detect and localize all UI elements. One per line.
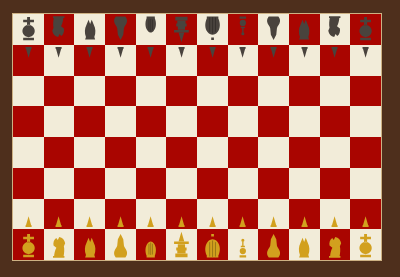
square-k6[interactable] — [320, 76, 351, 107]
square-d3[interactable] — [105, 168, 136, 199]
square-a4[interactable] — [13, 137, 44, 168]
square-a1[interactable] — [13, 229, 44, 260]
square-e6[interactable] — [136, 76, 167, 107]
square-a6[interactable] — [13, 76, 44, 107]
square-h7[interactable] — [228, 45, 259, 76]
white-alfil-piece[interactable] — [293, 233, 315, 259]
square-g5[interactable] — [197, 106, 228, 137]
square-j4[interactable] — [289, 137, 320, 168]
white-pawn-piece[interactable] — [23, 215, 34, 228]
black-pawn-piece[interactable] — [84, 46, 95, 59]
square-a5[interactable] — [13, 106, 44, 137]
white-pawn-piece[interactable] — [268, 215, 279, 228]
white-rook-piece[interactable] — [354, 232, 377, 259]
square-f6[interactable] — [166, 76, 197, 107]
square-d5[interactable] — [105, 106, 136, 137]
square-g2[interactable] — [197, 199, 228, 230]
black-pawn-piece[interactable] — [115, 46, 126, 59]
square-h3[interactable] — [228, 168, 259, 199]
black-pawn-piece[interactable] — [176, 46, 187, 59]
square-l3[interactable] — [350, 168, 381, 199]
black-courier-piece[interactable] — [262, 15, 285, 42]
square-b2[interactable] — [44, 199, 75, 230]
black-knight-piece[interactable] — [324, 15, 345, 40]
square-h5[interactable] — [228, 106, 259, 137]
black-pawn-piece[interactable] — [145, 46, 156, 59]
square-a3[interactable] — [13, 168, 44, 199]
black-pawn-piece[interactable] — [23, 46, 34, 59]
black-rook-piece[interactable] — [354, 15, 377, 42]
white-ferz-queen-piece[interactable] — [201, 232, 224, 259]
square-d4[interactable] — [105, 137, 136, 168]
white-pawn-piece[interactable] — [145, 215, 156, 228]
square-c4[interactable] — [74, 137, 105, 168]
square-k3[interactable] — [320, 168, 351, 199]
square-i6[interactable] — [258, 76, 289, 107]
white-pawn-piece[interactable] — [360, 215, 371, 228]
square-k7[interactable] — [320, 45, 351, 76]
square-c1[interactable] — [74, 229, 105, 260]
black-alfil-piece[interactable] — [79, 15, 101, 41]
black-king-piece[interactable] — [169, 15, 194, 44]
white-schleich-piece[interactable] — [233, 236, 253, 259]
square-j6[interactable] — [289, 76, 320, 107]
black-schleich-piece[interactable] — [233, 15, 253, 38]
square-c7[interactable] — [74, 45, 105, 76]
black-rook-piece[interactable] — [17, 15, 40, 42]
black-pawn-piece[interactable] — [53, 46, 64, 59]
black-pawn-piece[interactable] — [268, 46, 279, 59]
white-pawn-piece[interactable] — [84, 215, 95, 228]
square-e5[interactable] — [136, 106, 167, 137]
square-g4[interactable] — [197, 137, 228, 168]
square-b3[interactable] — [44, 168, 75, 199]
white-rook-piece[interactable] — [17, 232, 40, 259]
square-f7[interactable] — [166, 45, 197, 76]
square-f1[interactable] — [166, 229, 197, 260]
white-pawn-piece[interactable] — [207, 215, 218, 228]
square-k5[interactable] — [320, 106, 351, 137]
square-h4[interactable] — [228, 137, 259, 168]
square-b1[interactable] — [44, 229, 75, 260]
square-d1[interactable] — [105, 229, 136, 260]
square-g1[interactable] — [197, 229, 228, 260]
square-e1[interactable] — [136, 229, 167, 260]
square-a8[interactable] — [13, 14, 44, 45]
square-l1[interactable] — [350, 229, 381, 260]
square-e3[interactable] — [136, 168, 167, 199]
white-mann-piece[interactable] — [140, 234, 161, 259]
black-courier-piece[interactable] — [109, 15, 132, 42]
square-l2[interactable] — [350, 199, 381, 230]
square-e2[interactable] — [136, 199, 167, 230]
white-courier-piece[interactable] — [109, 232, 132, 259]
square-i4[interactable] — [258, 137, 289, 168]
black-ferz-queen-piece[interactable] — [201, 15, 224, 42]
square-f4[interactable] — [166, 137, 197, 168]
white-courier-piece[interactable] — [262, 232, 285, 259]
square-g8[interactable] — [197, 14, 228, 45]
square-g3[interactable] — [197, 168, 228, 199]
square-d8[interactable] — [105, 14, 136, 45]
square-l6[interactable] — [350, 76, 381, 107]
square-d2[interactable] — [105, 199, 136, 230]
white-knight-piece[interactable] — [48, 234, 69, 259]
black-mann-piece[interactable] — [140, 15, 161, 40]
square-k4[interactable] — [320, 137, 351, 168]
black-pawn-piece[interactable] — [360, 46, 371, 59]
square-g7[interactable] — [197, 45, 228, 76]
square-j7[interactable] — [289, 45, 320, 76]
square-f8[interactable] — [166, 14, 197, 45]
black-pawn-piece[interactable] — [237, 46, 248, 59]
white-pawn-piece[interactable] — [237, 215, 248, 228]
square-d7[interactable] — [105, 45, 136, 76]
square-c8[interactable] — [74, 14, 105, 45]
square-c3[interactable] — [74, 168, 105, 199]
square-b5[interactable] — [44, 106, 75, 137]
black-pawn-piece[interactable] — [207, 46, 218, 59]
square-k8[interactable] — [320, 14, 351, 45]
square-h6[interactable] — [228, 76, 259, 107]
square-c6[interactable] — [74, 76, 105, 107]
square-l4[interactable] — [350, 137, 381, 168]
square-b6[interactable] — [44, 76, 75, 107]
black-alfil-piece[interactable] — [293, 15, 315, 41]
white-alfil-piece[interactable] — [79, 233, 101, 259]
square-f3[interactable] — [166, 168, 197, 199]
square-i7[interactable] — [258, 45, 289, 76]
square-i1[interactable] — [258, 229, 289, 260]
square-l7[interactable] — [350, 45, 381, 76]
black-knight-piece[interactable] — [48, 15, 69, 40]
square-c2[interactable] — [74, 199, 105, 230]
square-j8[interactable] — [289, 14, 320, 45]
square-e4[interactable] — [136, 137, 167, 168]
square-b8[interactable] — [44, 14, 75, 45]
square-h8[interactable] — [228, 14, 259, 45]
square-a2[interactable] — [13, 199, 44, 230]
square-e7[interactable] — [136, 45, 167, 76]
white-pawn-piece[interactable] — [53, 215, 64, 228]
square-k2[interactable] — [320, 199, 351, 230]
square-c5[interactable] — [74, 106, 105, 137]
black-pawn-piece[interactable] — [329, 46, 340, 59]
square-a7[interactable] — [13, 45, 44, 76]
square-i8[interactable] — [258, 14, 289, 45]
square-g6[interactable] — [197, 76, 228, 107]
white-knight-piece[interactable] — [324, 234, 345, 259]
square-i2[interactable] — [258, 199, 289, 230]
white-king-piece[interactable] — [169, 230, 194, 259]
square-i3[interactable] — [258, 168, 289, 199]
square-d6[interactable] — [105, 76, 136, 107]
square-j1[interactable] — [289, 229, 320, 260]
square-h1[interactable] — [228, 229, 259, 260]
square-k1[interactable] — [320, 229, 351, 260]
white-pawn-piece[interactable] — [329, 215, 340, 228]
square-f2[interactable] — [166, 199, 197, 230]
square-l8[interactable] — [350, 14, 381, 45]
square-b7[interactable] — [44, 45, 75, 76]
square-h2[interactable] — [228, 199, 259, 230]
square-j5[interactable] — [289, 106, 320, 137]
board — [13, 14, 381, 260]
white-pawn-piece[interactable] — [299, 215, 310, 228]
board-frame — [0, 0, 400, 277]
square-b4[interactable] — [44, 137, 75, 168]
square-f5[interactable] — [166, 106, 197, 137]
white-pawn-piece[interactable] — [176, 215, 187, 228]
square-l5[interactable] — [350, 106, 381, 137]
black-pawn-piece[interactable] — [299, 46, 310, 59]
square-j3[interactable] — [289, 168, 320, 199]
white-pawn-piece[interactable] — [115, 215, 126, 228]
square-j2[interactable] — [289, 199, 320, 230]
square-e8[interactable] — [136, 14, 167, 45]
square-i5[interactable] — [258, 106, 289, 137]
